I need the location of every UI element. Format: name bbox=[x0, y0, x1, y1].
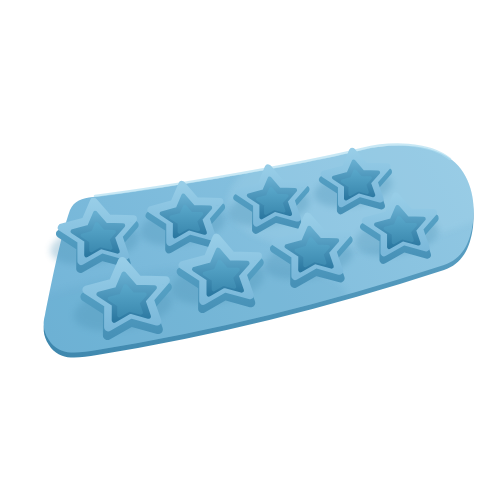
ice-cube-tray-photo bbox=[0, 0, 500, 500]
tray bbox=[0, 88, 500, 425]
product-photo bbox=[0, 0, 500, 500]
